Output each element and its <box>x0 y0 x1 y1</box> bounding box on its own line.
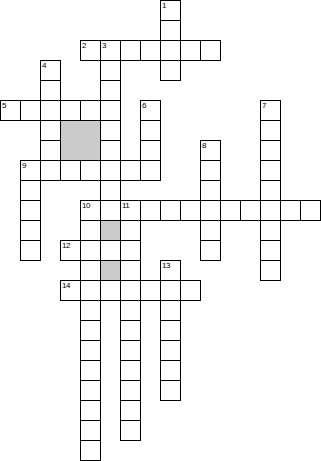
cell-13-5[interactable] <box>260 100 281 121</box>
cell-8-14[interactable] <box>160 280 181 301</box>
cell-7-7[interactable] <box>140 140 161 161</box>
cell-13-8[interactable] <box>260 160 281 181</box>
cell-4-11[interactable] <box>80 220 101 241</box>
cell-5-9[interactable] <box>100 180 121 201</box>
cell-6-14[interactable] <box>120 280 141 301</box>
cell-10-8[interactable] <box>200 160 221 181</box>
cell-1-8[interactable] <box>20 160 41 181</box>
cell-6-17[interactable] <box>120 340 141 361</box>
cell-4-19[interactable] <box>80 380 101 401</box>
cell-13-10[interactable] <box>260 200 281 221</box>
cell-2-4[interactable] <box>40 80 61 101</box>
cell-5-12[interactable] <box>100 240 121 261</box>
cell-13-7[interactable] <box>260 140 281 161</box>
cell-6-11[interactable] <box>120 220 141 241</box>
cell-4-8[interactable] <box>80 160 101 181</box>
cell-13-9[interactable] <box>260 180 281 201</box>
cell-8-17[interactable] <box>160 340 181 361</box>
cell-2-6[interactable] <box>40 120 61 141</box>
cell-13-6[interactable] <box>260 120 281 141</box>
cell-0-5[interactable] <box>0 100 21 121</box>
cell-4-21[interactable] <box>80 420 101 441</box>
cell-13-13[interactable] <box>260 260 281 281</box>
blocked-cell-5-13 <box>100 260 121 281</box>
cell-5-5[interactable] <box>100 100 121 121</box>
cell-8-2[interactable] <box>160 40 181 61</box>
cell-5-2[interactable] <box>100 40 121 61</box>
cell-4-5[interactable] <box>80 100 101 121</box>
cell-4-2[interactable] <box>80 40 101 61</box>
blocked-cell-5-11 <box>100 220 121 241</box>
cell-8-18[interactable] <box>160 360 181 381</box>
cell-5-6[interactable] <box>100 120 121 141</box>
cell-2-3[interactable] <box>40 60 61 81</box>
cell-7-5[interactable] <box>140 100 161 121</box>
cell-8-16[interactable] <box>160 320 181 341</box>
cell-4-10[interactable] <box>80 200 101 221</box>
cell-8-13[interactable] <box>160 260 181 281</box>
cell-6-19[interactable] <box>120 380 141 401</box>
cell-5-7[interactable] <box>100 140 121 161</box>
cell-8-0[interactable] <box>160 0 181 21</box>
cell-6-8[interactable] <box>120 160 141 181</box>
cell-4-22[interactable] <box>80 440 101 461</box>
cell-8-1[interactable] <box>160 20 181 41</box>
cell-5-3[interactable] <box>100 60 121 81</box>
cell-4-18[interactable] <box>80 360 101 381</box>
cell-1-10[interactable] <box>20 200 41 221</box>
cell-9-2[interactable] <box>180 40 201 61</box>
cell-10-9[interactable] <box>200 180 221 201</box>
cell-8-3[interactable] <box>160 60 181 81</box>
cell-10-7[interactable] <box>200 140 221 161</box>
cell-2-5[interactable] <box>40 100 61 121</box>
cell-7-10[interactable] <box>140 200 161 221</box>
cell-7-14[interactable] <box>140 280 161 301</box>
cell-6-2[interactable] <box>120 40 141 61</box>
cell-7-8[interactable] <box>140 160 161 181</box>
cell-12-10[interactable] <box>240 200 261 221</box>
cell-6-18[interactable] <box>120 360 141 381</box>
cell-6-21[interactable] <box>120 420 141 441</box>
cell-4-12[interactable] <box>80 240 101 261</box>
cell-11-10[interactable] <box>220 200 241 221</box>
cell-14-10[interactable] <box>280 200 301 221</box>
cell-2-7[interactable] <box>40 140 61 161</box>
cell-7-6[interactable] <box>140 120 161 141</box>
crossword-grid: 1234567891011121314 <box>0 0 321 461</box>
cell-8-10[interactable] <box>160 200 181 221</box>
cell-6-10[interactable] <box>120 200 141 221</box>
cell-8-15[interactable] <box>160 300 181 321</box>
cell-9-10[interactable] <box>180 200 201 221</box>
cell-4-20[interactable] <box>80 400 101 421</box>
cell-5-10[interactable] <box>100 200 121 221</box>
cell-4-15[interactable] <box>80 300 101 321</box>
cell-13-11[interactable] <box>260 220 281 241</box>
cell-6-20[interactable] <box>120 400 141 421</box>
cell-6-12[interactable] <box>120 240 141 261</box>
cell-10-2[interactable] <box>200 40 221 61</box>
cell-5-4[interactable] <box>100 80 121 101</box>
cell-4-13[interactable] <box>80 260 101 281</box>
cell-6-15[interactable] <box>120 300 141 321</box>
cell-6-16[interactable] <box>120 320 141 341</box>
cell-4-17[interactable] <box>80 340 101 361</box>
blocked-cell-3-6 <box>60 120 101 161</box>
cell-5-14[interactable] <box>100 280 121 301</box>
cell-2-8[interactable] <box>40 160 61 181</box>
cell-1-12[interactable] <box>20 240 41 261</box>
cell-7-2[interactable] <box>140 40 161 61</box>
cell-4-16[interactable] <box>80 320 101 341</box>
cell-9-14[interactable] <box>180 280 201 301</box>
cell-8-19[interactable] <box>160 380 181 401</box>
cell-1-9[interactable] <box>20 180 41 201</box>
cell-6-13[interactable] <box>120 260 141 281</box>
cell-3-14[interactable] <box>60 280 81 301</box>
cell-3-8[interactable] <box>60 160 81 181</box>
cell-1-5[interactable] <box>20 100 41 121</box>
cell-10-10[interactable] <box>200 200 221 221</box>
cell-1-11[interactable] <box>20 220 41 241</box>
cell-3-12[interactable] <box>60 240 81 261</box>
cell-13-12[interactable] <box>260 240 281 261</box>
cell-3-5[interactable] <box>60 100 81 121</box>
cell-10-11[interactable] <box>200 220 221 241</box>
cell-15-10[interactable] <box>300 200 321 221</box>
cell-10-12[interactable] <box>200 240 221 261</box>
cell-4-14[interactable] <box>80 280 101 301</box>
cell-5-8[interactable] <box>100 160 121 181</box>
